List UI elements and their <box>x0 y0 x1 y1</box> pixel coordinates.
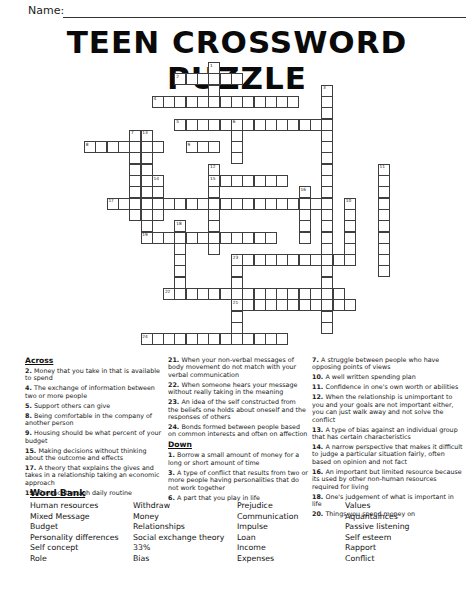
grid-cell[interactable]: 2 <box>174 73 186 85</box>
grid-cell[interactable] <box>310 288 322 300</box>
grid-cell[interactable] <box>242 175 254 187</box>
grid-cell[interactable] <box>321 119 333 131</box>
grid-cell[interactable] <box>152 209 164 221</box>
grid-cell[interactable] <box>220 96 232 108</box>
grid-cell[interactable] <box>299 254 311 266</box>
grid-cell[interactable] <box>208 73 220 85</box>
grid-cell[interactable] <box>254 175 266 187</box>
grid-cell[interactable] <box>186 198 198 210</box>
grid-cell[interactable] <box>265 198 277 210</box>
grid-cell[interactable] <box>254 299 266 311</box>
grid-cell[interactable] <box>141 152 153 164</box>
clue-item: 2. Money that you take in that is availa… <box>25 367 165 382</box>
word-bank-title: Word Bank <box>30 488 85 498</box>
clue-number: 21 <box>233 300 238 305</box>
clue-number: 10 <box>346 198 351 203</box>
grid-cell[interactable]: 21 <box>231 299 243 311</box>
word-bank-item: Money <box>133 512 224 523</box>
clue-number: 13 <box>142 130 147 135</box>
grid-cell[interactable] <box>321 322 333 334</box>
grid-cell[interactable] <box>174 243 186 255</box>
grid-cell[interactable] <box>276 288 288 300</box>
grid-cell[interactable] <box>378 209 390 221</box>
grid-cell[interactable] <box>242 333 254 345</box>
grid-cell[interactable] <box>321 186 333 198</box>
grid-cell[interactable] <box>163 333 175 345</box>
grid-cell[interactable]: 5 <box>174 119 186 131</box>
grid-cell[interactable] <box>208 96 220 108</box>
grid-cell[interactable]: 18 <box>174 220 186 232</box>
grid-cell[interactable] <box>95 141 107 153</box>
grid-cell[interactable] <box>344 209 356 221</box>
grid-cell[interactable] <box>276 299 288 311</box>
grid-cell[interactable] <box>197 73 209 85</box>
grid-cell[interactable] <box>129 186 141 198</box>
grid-cell[interactable] <box>276 119 288 131</box>
grid-cell[interactable] <box>197 232 209 244</box>
grid-cell[interactable] <box>208 243 220 255</box>
grid-cell[interactable] <box>231 73 243 85</box>
grid-cell[interactable] <box>174 232 186 244</box>
grid-cell[interactable] <box>344 254 356 266</box>
grid-cell[interactable] <box>254 96 266 108</box>
grid-cell[interactable] <box>220 119 232 131</box>
grid-cell[interactable] <box>208 333 220 345</box>
word-bank-item: Role <box>30 554 119 565</box>
grid-cell[interactable]: 9 <box>186 141 198 153</box>
grid-cell[interactable] <box>174 96 186 108</box>
grid-cell[interactable] <box>186 333 198 345</box>
clue-item: 1. Borrow a small amount of money for a … <box>168 451 308 466</box>
grid-cell[interactable] <box>321 254 333 266</box>
name-input-line[interactable] <box>63 16 466 18</box>
clue-number: 14 <box>154 176 159 181</box>
grid-cell[interactable] <box>141 175 153 187</box>
grid-cell[interactable] <box>378 232 390 244</box>
grid-cell[interactable] <box>107 141 119 153</box>
grid-cell[interactable] <box>321 243 333 255</box>
grid-cell[interactable] <box>265 119 277 131</box>
grid-cell[interactable] <box>321 175 333 187</box>
clue-number: 2 <box>176 74 179 79</box>
clue-number: 17 <box>108 198 113 203</box>
word-bank-item: Loan <box>237 533 298 544</box>
word-bank-item: Income <box>237 543 298 554</box>
clue-number: 5 <box>176 119 179 124</box>
grid-cell[interactable] <box>174 198 186 210</box>
clue-item: 9. Housing should be what percent of you… <box>25 429 165 444</box>
clue-item: 21. When your non-verbal messages of bod… <box>168 356 308 378</box>
grid-cell[interactable] <box>344 220 356 232</box>
grid-cell[interactable] <box>333 299 345 311</box>
grid-cell[interactable] <box>333 288 345 300</box>
grid-cell[interactable] <box>152 232 164 244</box>
word-bank-column: WithdrawMoneyRelationshipsSocial exchang… <box>133 501 224 565</box>
grid-cell[interactable] <box>231 288 243 300</box>
grid-cell[interactable] <box>174 277 186 289</box>
grid-cell[interactable] <box>287 198 299 210</box>
word-bank-item: Personality differences <box>30 533 119 544</box>
grid-cell[interactable] <box>231 130 243 142</box>
clue-number: 4 <box>154 96 157 101</box>
grid-cell[interactable] <box>220 73 232 85</box>
grid-cell[interactable] <box>242 299 254 311</box>
grid-cell[interactable] <box>231 311 243 323</box>
word-bank-item: Aquantainces <box>345 512 410 523</box>
grid-cell[interactable] <box>174 288 186 300</box>
word-bank-item: Mixed Message <box>30 512 119 523</box>
clue-item: 17. A theory that explains the gives and… <box>25 464 165 486</box>
grid-cell[interactable] <box>321 220 333 232</box>
worksheet-page: { "game": "crossword", "page": { "name_l… <box>0 0 474 613</box>
clue-item: 11. Confidence in one's own worth or abi… <box>312 383 464 390</box>
grid-cell[interactable] <box>265 288 277 300</box>
grid-cell[interactable] <box>242 119 254 131</box>
grid-cell[interactable] <box>378 198 390 210</box>
grid-cell[interactable] <box>186 232 198 244</box>
grid-cell[interactable] <box>208 288 220 300</box>
grid-cell[interactable] <box>129 175 141 187</box>
grid-cell[interactable] <box>265 333 277 345</box>
clue-number: 8 <box>86 142 89 147</box>
word-bank-item: Self concept <box>30 543 119 554</box>
grid-cell[interactable]: 22 <box>163 288 175 300</box>
grid-cell[interactable] <box>231 277 243 289</box>
clue-item: 4. The exchange of information between t… <box>25 384 165 399</box>
grid-cell[interactable] <box>299 198 311 210</box>
grid-cell[interactable] <box>186 73 198 85</box>
grid-cell[interactable] <box>321 96 333 108</box>
grid-cell[interactable] <box>321 198 333 210</box>
clue-item: 15. Making decisions without thinking ab… <box>25 447 165 462</box>
grid-cell[interactable] <box>254 254 266 266</box>
word-bank-item: Prejudice <box>237 501 298 512</box>
grid-cell[interactable] <box>197 333 209 345</box>
grid-cell[interactable] <box>220 232 232 244</box>
grid-cell[interactable]: 15 <box>208 175 220 187</box>
clue-item: 8. Being comfortable in the company of a… <box>25 412 165 427</box>
clue-column: 7. A struggle between people who have op… <box>312 356 464 520</box>
clue-item: 10. A well written spending plan <box>312 373 464 380</box>
grid-cell[interactable] <box>141 141 153 153</box>
grid-cell[interactable] <box>378 265 390 277</box>
grid-cell[interactable] <box>163 198 175 210</box>
grid-cell[interactable]: 7 <box>129 130 141 142</box>
grid-cell[interactable] <box>220 198 232 210</box>
word-bank-item: Relationships <box>133 522 224 533</box>
clue-number: 6 <box>233 119 236 124</box>
grid-cell[interactable] <box>118 141 130 153</box>
grid-cell[interactable]: 1 <box>208 62 220 74</box>
clue-item: 6. A part that you play in life <box>168 494 308 501</box>
clue-number: 16 <box>300 187 305 192</box>
grid-cell[interactable] <box>310 198 322 210</box>
grid-cell[interactable] <box>265 232 277 244</box>
grid-cell[interactable] <box>321 311 333 323</box>
grid-cell[interactable] <box>254 288 266 300</box>
grid-cell[interactable]: 3 <box>321 85 333 97</box>
grid-cell[interactable] <box>231 152 243 164</box>
grid-cell[interactable] <box>299 299 311 311</box>
grid-cell[interactable] <box>378 186 390 198</box>
grid-cell[interactable] <box>163 232 175 244</box>
grid-cell[interactable] <box>276 333 288 345</box>
grid-cell[interactable] <box>265 175 277 187</box>
grid-cell[interactable] <box>265 254 277 266</box>
grid-cell[interactable] <box>208 141 220 153</box>
grid-cell[interactable] <box>129 209 141 221</box>
word-bank-item: 33% <box>133 543 224 554</box>
grid-cell[interactable] <box>118 198 130 210</box>
grid-cell[interactable]: 12 <box>208 164 220 176</box>
grid-cell[interactable] <box>321 107 333 119</box>
word-bank-item: Withdraw <box>133 501 224 512</box>
clue-number: 22 <box>165 289 170 294</box>
grid-cell[interactable] <box>152 186 164 198</box>
grid-cell[interactable] <box>231 322 243 334</box>
clue-item: 3. A type of conflict that results from … <box>168 469 308 491</box>
grid-cell[interactable] <box>197 96 209 108</box>
grid-cell[interactable] <box>141 220 153 232</box>
grid-cell[interactable] <box>231 198 243 210</box>
grid-cell[interactable] <box>231 265 243 277</box>
grid-cell[interactable] <box>265 96 277 108</box>
clue-item: 24. Bonds formed between people based on… <box>168 423 308 438</box>
grid-cell[interactable] <box>242 232 254 244</box>
clue-number: 7 <box>131 130 134 135</box>
grid-cell[interactable] <box>344 232 356 244</box>
grid-cell[interactable] <box>321 141 333 153</box>
grid-cell[interactable] <box>208 186 220 198</box>
grid-cell[interactable] <box>129 152 141 164</box>
grid-cell[interactable] <box>231 141 243 153</box>
grid-cell[interactable] <box>299 288 311 300</box>
grid-cell[interactable]: 19 <box>141 232 153 244</box>
grid-cell[interactable]: 13 <box>141 130 153 142</box>
grid-cell[interactable] <box>152 141 164 153</box>
grid-cell[interactable] <box>231 175 243 187</box>
grid-cell[interactable] <box>141 186 153 198</box>
clue-item: 7. A struggle between people who have op… <box>312 356 464 371</box>
word-bank-item: Human resources <box>30 501 119 512</box>
word-bank-item: Budget <box>30 522 119 533</box>
grid-cell[interactable] <box>321 265 333 277</box>
grid-cell[interactable] <box>208 220 220 232</box>
grid-cell[interactable] <box>299 209 311 221</box>
grid-cell[interactable] <box>186 288 198 300</box>
grid-cell[interactable]: 10 <box>344 198 356 210</box>
word-bank-item: Communication <box>237 512 298 523</box>
grid-cell[interactable] <box>163 96 175 108</box>
word-bank-column: Human resourcesMixed MessageBudgetPerson… <box>30 501 119 565</box>
grid-cell[interactable]: 8 <box>84 141 96 153</box>
clue-item: 5. Support others can give <box>25 402 165 409</box>
word-bank-item: Rapport <box>345 543 410 554</box>
grid-cell[interactable] <box>174 333 186 345</box>
grid-cell[interactable] <box>276 175 288 187</box>
word-bank-item: Social exchange theory <box>133 533 224 544</box>
grid-cell[interactable] <box>276 198 288 210</box>
grid-cell[interactable] <box>344 299 356 311</box>
clue-item: 14. A narrow perspective that makes it d… <box>312 443 464 465</box>
grid-cell[interactable] <box>378 175 390 187</box>
grid-cell[interactable]: 11 <box>378 164 390 176</box>
grid-cell[interactable] <box>254 232 266 244</box>
grid-cell[interactable] <box>321 232 333 244</box>
clue-item: 12. When the relationship is unimportant… <box>312 393 464 423</box>
grid-cell[interactable] <box>254 198 266 210</box>
grid-cell[interactable]: 14 <box>152 175 164 187</box>
clue-number: 12 <box>210 164 215 169</box>
grid-cell[interactable] <box>197 198 209 210</box>
grid-cell[interactable] <box>299 119 311 131</box>
grid-cell[interactable] <box>242 96 254 108</box>
clue-number: 15 <box>210 176 215 181</box>
clue-item: 16. An important but limited resource be… <box>312 468 464 490</box>
grid-cell[interactable] <box>378 243 390 255</box>
grid-cell[interactable] <box>231 333 243 345</box>
grid-cell[interactable] <box>310 299 322 311</box>
grid-cell[interactable] <box>208 198 220 210</box>
clue-number: 23 <box>233 255 238 260</box>
clue-number: 24 <box>142 334 147 339</box>
grid-cell[interactable] <box>378 254 390 266</box>
grid-cell[interactable] <box>197 119 209 131</box>
clue-section-header: Across <box>25 356 165 365</box>
grid-cell[interactable]: 4 <box>152 96 164 108</box>
grid-cell[interactable] <box>231 96 243 108</box>
grid-cell[interactable] <box>141 209 153 221</box>
grid-cell[interactable] <box>276 254 288 266</box>
grid-cell[interactable] <box>254 333 266 345</box>
grid-cell[interactable] <box>265 299 277 311</box>
grid-cell[interactable] <box>321 288 333 300</box>
grid-cell[interactable]: 6 <box>231 119 243 131</box>
grid-cell[interactable]: 16 <box>299 186 311 198</box>
grid-cell[interactable] <box>152 333 164 345</box>
word-bank-item: Values <box>345 501 410 512</box>
word-bank-item: Passive listening <box>345 522 410 533</box>
word-bank-item: Expenses <box>237 554 298 565</box>
grid-cell[interactable] <box>321 152 333 164</box>
clue-column: 21. When your non-verbal messages of bod… <box>168 356 308 504</box>
grid-cell[interactable] <box>208 85 220 97</box>
grid-cell[interactable] <box>254 119 266 131</box>
clue-item: 23. An idea of the self constructed from… <box>168 398 308 420</box>
grid-cell[interactable] <box>208 209 220 221</box>
word-bank-item: Impulse <box>237 522 298 533</box>
grid-cell[interactable] <box>276 96 288 108</box>
clue-number: 1 <box>210 63 213 68</box>
grid-cell[interactable] <box>242 254 254 266</box>
clue-section-header: Down <box>168 440 308 449</box>
grid-cell[interactable] <box>174 265 186 277</box>
grid-cell[interactable] <box>378 220 390 232</box>
word-bank-item: Bias <box>133 554 224 565</box>
grid-cell[interactable] <box>333 254 345 266</box>
grid-cell[interactable] <box>174 254 186 266</box>
grid-cell[interactable] <box>344 243 356 255</box>
grid-cell[interactable] <box>321 299 333 311</box>
grid-cell[interactable] <box>220 175 232 187</box>
clue-number: 18 <box>176 221 181 226</box>
grid-cell[interactable] <box>287 119 299 131</box>
grid-cell[interactable] <box>220 333 232 345</box>
grid-cell[interactable] <box>287 254 299 266</box>
grid-cell[interactable] <box>141 164 153 176</box>
grid-cell[interactable] <box>310 254 322 266</box>
grid-cell[interactable] <box>220 288 232 300</box>
grid-cell[interactable] <box>287 96 299 108</box>
grid-cell[interactable]: 23 <box>231 254 243 266</box>
word-bank-column: PrejudiceCommunicationImpulseLoanIncomeE… <box>237 501 298 565</box>
grid-cell[interactable] <box>129 141 141 153</box>
grid-cell[interactable] <box>287 288 299 300</box>
clue-number: 9 <box>187 142 190 147</box>
word-bank-column: ValuesAquantaincesPassive listeningSelf … <box>345 501 410 565</box>
grid-cell[interactable] <box>231 232 243 244</box>
grid-cell[interactable] <box>152 198 164 210</box>
clue-number: 11 <box>380 164 385 169</box>
grid-cell[interactable] <box>242 288 254 300</box>
grid-cell[interactable] <box>321 209 333 221</box>
grid-cell[interactable] <box>186 119 198 131</box>
grid-cell[interactable] <box>242 198 254 210</box>
grid-cell[interactable] <box>129 198 141 210</box>
grid-cell[interactable] <box>310 119 322 131</box>
grid-cell[interactable] <box>208 119 220 131</box>
grid-cell[interactable] <box>321 130 333 142</box>
grid-cell[interactable] <box>287 299 299 311</box>
clue-item: 13. A type of bias against an individual… <box>312 426 464 441</box>
clue-number: 3 <box>323 85 326 90</box>
word-bank-item: Conflict <box>345 554 410 565</box>
clue-column: Across2. Money that you take in that is … <box>25 356 165 499</box>
grid-cell[interactable] <box>197 141 209 153</box>
grid-cell[interactable] <box>129 164 141 176</box>
grid-cell[interactable] <box>321 164 333 176</box>
grid-cell[interactable] <box>186 96 198 108</box>
clue-item: 22. When someone hears your message with… <box>168 381 308 396</box>
grid-cell[interactable]: 17 <box>107 198 119 210</box>
grid-cell[interactable]: 24 <box>141 333 153 345</box>
grid-cell[interactable] <box>299 220 311 232</box>
grid-cell[interactable] <box>197 288 209 300</box>
grid-cell[interactable] <box>208 232 220 244</box>
clue-number: 19 <box>142 232 147 237</box>
grid-cell[interactable] <box>299 232 311 244</box>
word-bank-item: Self esteem <box>345 533 410 544</box>
grid-cell[interactable] <box>321 277 333 289</box>
grid-cell[interactable] <box>141 198 153 210</box>
